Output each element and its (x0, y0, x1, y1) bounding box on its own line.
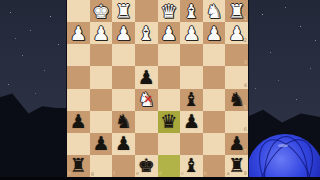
black-pawn[interactable]: ♟ (70, 112, 87, 131)
black-pawn[interactable]: ♟ (115, 134, 132, 153)
square-b2[interactable]: ♟ (203, 22, 226, 44)
file-label: d (159, 171, 162, 176)
blue-tent (244, 132, 320, 178)
square-c4[interactable] (180, 66, 203, 88)
square-b1[interactable]: ♞ (203, 0, 226, 22)
square-e3[interactable] (135, 44, 158, 66)
white-pawn[interactable]: ♟ (115, 24, 132, 43)
black-pawn[interactable]: ♟ (228, 134, 245, 153)
square-e5[interactable]: ♞✕ (135, 89, 158, 111)
square-f6[interactable]: ♞ (112, 111, 135, 133)
square-h8[interactable]: ♜h (67, 155, 90, 177)
square-d5[interactable] (158, 89, 181, 111)
square-a1[interactable]: ♜1 (225, 0, 248, 22)
square-h1[interactable] (67, 0, 90, 22)
black-knight[interactable]: ♞ (115, 112, 132, 131)
square-h7[interactable] (67, 133, 90, 155)
white-pawn[interactable]: ♟ (92, 24, 109, 43)
square-h4[interactable] (67, 66, 90, 88)
square-h5[interactable] (67, 89, 90, 111)
square-e2[interactable]: ♝ (135, 22, 158, 44)
white-pawn[interactable]: ♟ (160, 24, 177, 43)
file-label: f (113, 171, 115, 176)
square-e1[interactable] (135, 0, 158, 22)
mountain-silhouette-left (0, 0, 68, 180)
square-b3[interactable] (203, 44, 226, 66)
square-a4[interactable]: 4 (225, 66, 248, 88)
black-rook[interactable]: ♜ (70, 156, 87, 175)
white-knight[interactable]: ♞ (206, 2, 223, 21)
square-d6[interactable]: ♛ (158, 111, 181, 133)
square-g6[interactable] (90, 111, 113, 133)
square-c1[interactable]: ♝ (180, 0, 203, 22)
square-e4[interactable]: ♟ (135, 66, 158, 88)
square-a7[interactable]: ♟7 (225, 133, 248, 155)
square-d7[interactable] (158, 133, 181, 155)
square-b6[interactable] (203, 111, 226, 133)
letterbox-bar (0, 177, 320, 180)
square-d1[interactable]: ♛ (158, 0, 181, 22)
square-g5[interactable] (90, 89, 113, 111)
square-b4[interactable] (203, 66, 226, 88)
square-f2[interactable]: ♟ (112, 22, 135, 44)
square-c2[interactable]: ♟ (180, 22, 203, 44)
rank-label: 3 (244, 60, 247, 65)
rank-label: 4 (244, 83, 247, 88)
square-f7[interactable]: ♟ (112, 133, 135, 155)
square-c7[interactable] (180, 133, 203, 155)
square-c6[interactable]: ♟ (180, 111, 203, 133)
white-pawn[interactable]: ♟ (228, 24, 245, 43)
square-g1[interactable]: ♚ (90, 0, 113, 22)
white-pawn[interactable]: ♟ (206, 24, 223, 43)
square-b7[interactable] (203, 133, 226, 155)
rank-label: 6 (244, 127, 247, 132)
black-rook[interactable]: ♜ (228, 156, 245, 175)
square-g7[interactable]: ♟ (90, 133, 113, 155)
square-f5[interactable] (112, 89, 135, 111)
black-pawn[interactable]: ♟ (92, 134, 109, 153)
square-g2[interactable]: ♟ (90, 22, 113, 44)
square-a8[interactable]: ♜8a (225, 155, 248, 177)
black-king[interactable]: ♚ (138, 156, 155, 175)
square-b5[interactable] (203, 89, 226, 111)
square-f4[interactable] (112, 66, 135, 88)
black-pawn[interactable]: ♟ (138, 68, 155, 87)
white-pawn[interactable]: ♟ (183, 24, 200, 43)
square-c3[interactable] (180, 44, 203, 66)
white-rook[interactable]: ♜ (115, 2, 132, 21)
white-bishop[interactable]: ♝ (183, 2, 200, 21)
square-e8[interactable]: ♚e (135, 155, 158, 177)
black-bishop[interactable]: ♝ (183, 156, 200, 175)
square-d3[interactable] (158, 44, 181, 66)
square-a2[interactable]: ♟2 (225, 22, 248, 44)
square-b8[interactable]: b (203, 155, 226, 177)
square-h2[interactable]: ♟ (67, 22, 90, 44)
square-c8[interactable]: ♝c (180, 155, 203, 177)
square-d4[interactable] (158, 66, 181, 88)
black-bishop[interactable]: ♝ (183, 90, 200, 109)
mountain-ridge (0, 0, 68, 180)
white-king[interactable]: ♚ (92, 2, 109, 21)
square-a6[interactable]: 6 (225, 111, 248, 133)
white-pawn[interactable]: ♟ (70, 24, 87, 43)
black-pawn[interactable]: ♟ (183, 112, 200, 131)
black-queen[interactable]: ♛ (160, 112, 177, 131)
square-g4[interactable] (90, 66, 113, 88)
square-f8[interactable]: f (112, 155, 135, 177)
red-x-icon: ✕ (143, 93, 152, 106)
chess-board[interactable]: ♚♜♛♝♞♜1♟♟♟♝♟♟♟♟23♟4♞✕♝♞5♟♞♛♟6♟♟♟7♜hgf♚ed… (67, 0, 248, 177)
square-g8[interactable]: g (90, 155, 113, 177)
square-a3[interactable]: 3 (225, 44, 248, 66)
tent-highlight (278, 144, 288, 147)
file-label: b (204, 171, 207, 176)
square-e7[interactable] (135, 133, 158, 155)
square-g3[interactable] (90, 44, 113, 66)
white-bishop[interactable]: ♝ (138, 24, 155, 43)
square-d2[interactable]: ♟ (158, 22, 181, 44)
square-h3[interactable] (67, 44, 90, 66)
square-f3[interactable] (112, 44, 135, 66)
square-f1[interactable]: ♜ (112, 0, 135, 22)
square-a5[interactable]: ♞5 (225, 89, 248, 111)
white-queen[interactable]: ♛ (160, 2, 177, 21)
square-h6[interactable]: ♟ (67, 111, 90, 133)
square-e6[interactable] (135, 111, 158, 133)
black-knight[interactable]: ♞ (228, 90, 245, 109)
file-label: g (91, 171, 94, 176)
video-frame: ♚♜♛♝♞♜1♟♟♟♝♟♟♟♟23♟4♞✕♝♞5♟♞♛♟6♟♟♟7♜hgf♚ed… (0, 0, 320, 180)
square-c5[interactable]: ♝ (180, 89, 203, 111)
square-d8[interactable]: d (158, 155, 181, 177)
white-rook[interactable]: ♜ (228, 2, 245, 21)
